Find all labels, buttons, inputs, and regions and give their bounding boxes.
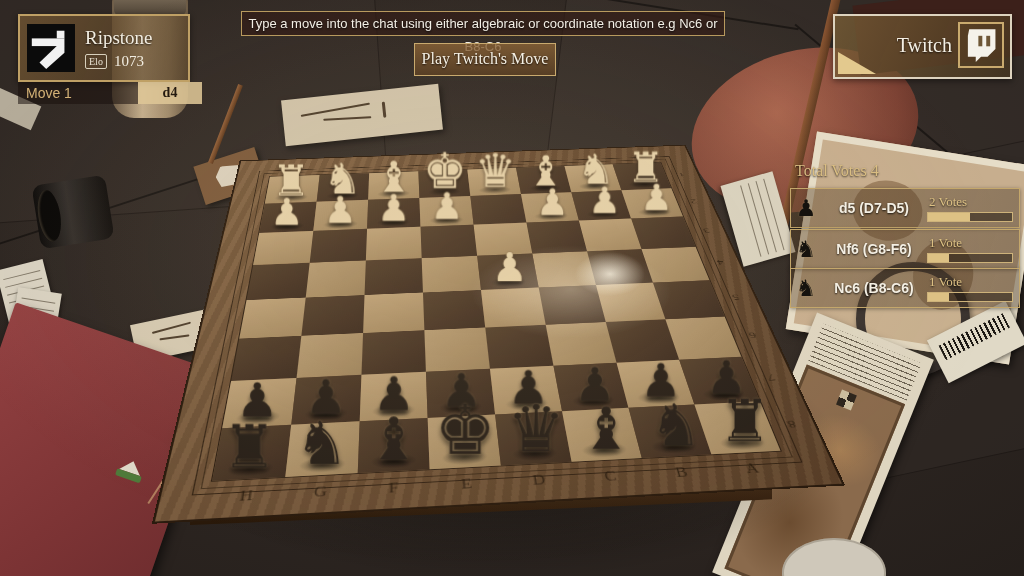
square-g8[interactable]: ♞ xyxy=(285,421,359,477)
black-pawn-icon: ♟ xyxy=(791,195,821,221)
white-queen-d1[interactable]: ♛ xyxy=(475,147,517,193)
square-c2[interactable]: ♟ xyxy=(521,192,579,222)
total-votes-title: Total Votes 4 xyxy=(795,162,879,180)
file-label-B: B xyxy=(642,456,723,492)
vote-count: 2 Votes xyxy=(929,194,967,210)
white-pawn-b2[interactable]: ♟ xyxy=(588,182,620,218)
twitch-logo-icon xyxy=(958,22,1004,68)
white-pawn-g2[interactable]: ♟ xyxy=(324,192,357,229)
player-name: Ripstone xyxy=(85,27,153,49)
vote-bar-fill xyxy=(928,254,949,262)
vote-bar xyxy=(927,292,1013,302)
player-panel: Ripstone Elo 1073 xyxy=(18,14,190,82)
square-e8[interactable]: ♚ xyxy=(428,415,501,470)
vote-move-label: d5 (D7-D5) xyxy=(821,200,927,216)
black-knight-icon: ♞ xyxy=(791,236,821,262)
last-move: d4 xyxy=(138,82,202,104)
square-g2[interactable]: ♟ xyxy=(313,200,368,231)
vote-bar xyxy=(927,253,1013,263)
vote-move-label: Nc6 (B8-C6) xyxy=(821,280,927,296)
vote-bar-fill xyxy=(928,293,949,301)
white-pawn-c2[interactable]: ♟ xyxy=(536,184,569,220)
black-queen-d8[interactable]: ♛ xyxy=(507,396,565,461)
vote-option-d5[interactable]: ♟ d5 (D7-D5) 2 Votes xyxy=(790,188,1020,228)
player-rating: 1073 xyxy=(114,53,144,70)
square-g3[interactable] xyxy=(310,229,367,263)
square-b8[interactable]: ♞ xyxy=(628,405,711,459)
vote-bar xyxy=(927,212,1013,222)
square-g4[interactable] xyxy=(306,260,366,297)
square-h8[interactable]: ♜ xyxy=(212,425,291,481)
vote-count: 1 Vote xyxy=(929,235,962,251)
white-pawn-f2[interactable]: ♟ xyxy=(377,190,410,227)
square-d8[interactable]: ♛ xyxy=(495,411,572,465)
white-pawn-a2[interactable]: ♟ xyxy=(640,180,672,216)
white-pawn-e2[interactable]: ♟ xyxy=(431,188,464,225)
move-number-label: Move 1 xyxy=(18,82,138,104)
chat-instruction-banner: Type a move into the chat using either a… xyxy=(241,11,725,36)
chessboard: ♜♞♝♚♛♝♞♜♟♟♟♟♟♟♟♟♟♟♟♟♟♟♟♟♜♞♝♚♛♝♞♜ HGFEDCB… xyxy=(155,146,842,522)
black-knight-b8[interactable]: ♞ xyxy=(650,395,702,453)
light-flare xyxy=(575,252,645,296)
square-d1[interactable]: ♛ xyxy=(467,168,521,196)
vote-count: 1 Vote xyxy=(929,274,962,290)
black-rook-h8[interactable]: ♜ xyxy=(223,416,276,476)
black-knight-g8[interactable]: ♞ xyxy=(295,413,348,472)
ripstone-logo-icon xyxy=(27,24,75,72)
file-label-D: D xyxy=(501,464,578,501)
square-f4[interactable] xyxy=(365,258,423,295)
square-f3[interactable] xyxy=(366,227,422,261)
timer-wedge xyxy=(838,52,876,74)
square-h5[interactable] xyxy=(239,298,305,339)
white-pawn-d4[interactable]: ♟ xyxy=(492,247,528,287)
square-g5[interactable] xyxy=(301,295,364,336)
vote-option-nc6[interactable]: ♞ Nc6 (B8-C6) 1 Vote xyxy=(790,268,1020,308)
square-e2[interactable]: ♟ xyxy=(419,196,473,227)
black-bishop-c8[interactable]: ♝ xyxy=(580,399,632,457)
twitch-label: Twitch xyxy=(897,34,952,57)
twitch-panel: Twitch xyxy=(833,14,1012,79)
square-f2[interactable]: ♟ xyxy=(367,198,420,229)
black-rook-a8[interactable]: ♜ xyxy=(719,392,771,450)
black-king-e8[interactable]: ♚ xyxy=(434,396,496,465)
elo-badge: Elo xyxy=(85,54,107,69)
black-bishop-f8[interactable]: ♝ xyxy=(367,409,420,468)
file-label-F: F xyxy=(356,471,431,508)
square-f5[interactable] xyxy=(363,293,424,333)
black-knight-icon: ♞ xyxy=(791,275,821,301)
square-d2[interactable] xyxy=(470,194,526,225)
vote-option-nf6[interactable]: ♞ Nf6 (G8-F6) 1 Vote xyxy=(790,229,1020,269)
file-label-C: C xyxy=(572,460,651,496)
file-label-E: E xyxy=(430,467,505,504)
square-c8[interactable]: ♝ xyxy=(562,408,642,462)
square-h4[interactable] xyxy=(247,263,310,300)
square-f8[interactable]: ♝ xyxy=(358,418,430,473)
square-h2[interactable]: ♟ xyxy=(259,202,316,233)
white-pawn-h2[interactable]: ♟ xyxy=(270,194,303,231)
vote-move-label: Nf6 (G8-F6) xyxy=(821,241,927,257)
move-history-strip: Move 1 d4 xyxy=(18,82,202,104)
vote-bar-fill xyxy=(928,213,970,221)
play-twitch-move-button[interactable]: Play Twitch's Move xyxy=(414,43,556,76)
